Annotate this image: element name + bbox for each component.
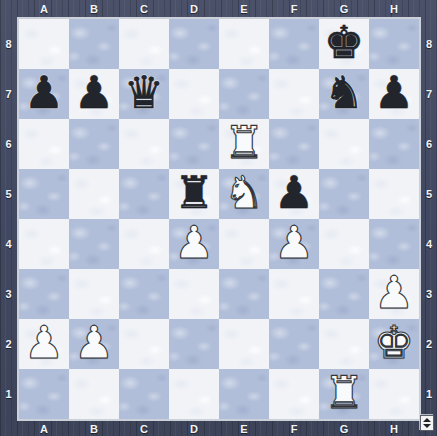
square-b8[interactable] xyxy=(69,19,119,69)
square-d6[interactable] xyxy=(169,119,219,169)
coord-label: 3 xyxy=(421,269,437,319)
coord-label: 2 xyxy=(0,319,17,369)
square-c6[interactable] xyxy=(119,119,169,169)
piece-black-pawn[interactable]: ♟ xyxy=(274,168,314,218)
square-d5[interactable]: ♜ xyxy=(169,169,219,219)
coord-label: 1 xyxy=(421,369,437,419)
square-h3[interactable]: ♟ xyxy=(369,269,419,319)
square-h7[interactable]: ♟ xyxy=(369,69,419,119)
square-d7[interactable] xyxy=(169,69,219,119)
square-b6[interactable] xyxy=(69,119,119,169)
square-f5[interactable]: ♟ xyxy=(269,169,319,219)
coord-label: E xyxy=(219,0,269,17)
coord-label: G xyxy=(319,0,369,17)
square-a6[interactable] xyxy=(19,119,69,169)
coord-label: C xyxy=(119,421,169,436)
coord-label: D xyxy=(169,421,219,436)
coord-label: A xyxy=(19,421,69,436)
piece-white-king[interactable]: ♚ xyxy=(374,318,414,368)
piece-white-pawn[interactable]: ♟ xyxy=(374,268,414,318)
square-a5[interactable] xyxy=(19,169,69,219)
coord-label: B xyxy=(69,421,119,436)
square-g6[interactable] xyxy=(319,119,369,169)
coord-label: G xyxy=(319,421,369,436)
square-d2[interactable] xyxy=(169,319,219,369)
chess-board-window: ABCDEFGH 87654321 87654321 ABCDEFGH ♚♟♟♛… xyxy=(0,0,437,436)
square-c5[interactable] xyxy=(119,169,169,219)
square-a8[interactable] xyxy=(19,19,69,69)
coord-label: B xyxy=(69,0,119,17)
square-d3[interactable] xyxy=(169,269,219,319)
coord-label: 8 xyxy=(0,19,17,69)
square-h5[interactable] xyxy=(369,169,419,219)
square-g4[interactable] xyxy=(319,219,369,269)
square-f7[interactable] xyxy=(269,69,319,119)
piece-black-queen[interactable]: ♛ xyxy=(124,68,164,118)
coord-label: A xyxy=(19,0,69,17)
spin-down-icon[interactable] xyxy=(423,424,431,428)
coord-label: 3 xyxy=(0,269,17,319)
square-g7[interactable]: ♞ xyxy=(319,69,369,119)
rank-labels-left: 87654321 xyxy=(0,19,17,419)
square-g5[interactable] xyxy=(319,169,369,219)
square-d8[interactable] xyxy=(169,19,219,69)
piece-black-pawn[interactable]: ♟ xyxy=(374,68,414,118)
piece-black-knight[interactable]: ♞ xyxy=(324,68,364,118)
square-d1[interactable] xyxy=(169,369,219,419)
square-h8[interactable] xyxy=(369,19,419,69)
square-c7[interactable]: ♛ xyxy=(119,69,169,119)
square-b7[interactable]: ♟ xyxy=(69,69,119,119)
piece-white-pawn[interactable]: ♟ xyxy=(274,218,314,268)
square-b1[interactable] xyxy=(69,369,119,419)
square-e4[interactable] xyxy=(219,219,269,269)
square-f6[interactable] xyxy=(269,119,319,169)
square-e5[interactable]: ♞ xyxy=(219,169,269,219)
square-b3[interactable] xyxy=(69,269,119,319)
square-f1[interactable] xyxy=(269,369,319,419)
piece-white-rook[interactable]: ♜ xyxy=(224,118,264,168)
coord-label: 2 xyxy=(421,319,437,369)
square-e8[interactable] xyxy=(219,19,269,69)
square-d4[interactable]: ♟ xyxy=(169,219,219,269)
square-g8[interactable]: ♚ xyxy=(319,19,369,69)
square-b2[interactable]: ♟ xyxy=(69,319,119,369)
piece-white-pawn[interactable]: ♟ xyxy=(24,318,64,368)
square-c1[interactable] xyxy=(119,369,169,419)
coord-label: 1 xyxy=(0,369,17,419)
square-f4[interactable]: ♟ xyxy=(269,219,319,269)
piece-black-rook[interactable]: ♜ xyxy=(174,168,214,218)
square-c3[interactable] xyxy=(119,269,169,319)
square-f8[interactable] xyxy=(269,19,319,69)
piece-black-pawn[interactable]: ♟ xyxy=(24,68,64,118)
coord-label: 4 xyxy=(0,219,17,269)
square-b4[interactable] xyxy=(69,219,119,269)
square-e7[interactable] xyxy=(219,69,269,119)
piece-black-king[interactable]: ♚ xyxy=(324,18,364,68)
square-c8[interactable] xyxy=(119,19,169,69)
coord-label: D xyxy=(169,0,219,17)
coord-label: E xyxy=(219,421,269,436)
coord-label: 8 xyxy=(421,19,437,69)
square-f2[interactable] xyxy=(269,319,319,369)
coord-label: 7 xyxy=(0,69,17,119)
square-c4[interactable] xyxy=(119,219,169,269)
coord-label: 5 xyxy=(421,169,437,219)
square-a3[interactable] xyxy=(19,269,69,319)
square-h1[interactable] xyxy=(369,369,419,419)
spin-up-icon[interactable] xyxy=(423,418,431,422)
coord-label: H xyxy=(369,0,419,17)
file-labels-top: ABCDEFGH xyxy=(19,0,419,17)
board: ♚♟♟♛♞♟♜♜♞♟♟♟♟♟♟♚♜ xyxy=(17,17,421,421)
coord-label: F xyxy=(269,0,319,17)
square-a2[interactable]: ♟ xyxy=(19,319,69,369)
square-h4[interactable] xyxy=(369,219,419,269)
square-h6[interactable] xyxy=(369,119,419,169)
piece-white-pawn[interactable]: ♟ xyxy=(174,218,214,268)
coord-label: 5 xyxy=(0,169,17,219)
square-g3[interactable] xyxy=(319,269,369,319)
square-a7[interactable]: ♟ xyxy=(19,69,69,119)
rank-labels-right: 87654321 xyxy=(421,19,437,419)
square-h2[interactable]: ♚ xyxy=(369,319,419,369)
coord-label: 7 xyxy=(421,69,437,119)
square-e6[interactable]: ♜ xyxy=(219,119,269,169)
coord-label: H xyxy=(369,421,419,436)
coord-label: 6 xyxy=(0,119,17,169)
square-e3[interactable] xyxy=(219,269,269,319)
coord-label: 4 xyxy=(421,219,437,269)
piece-white-pawn[interactable]: ♟ xyxy=(74,318,114,368)
square-e1[interactable] xyxy=(219,369,269,419)
coord-label: F xyxy=(269,421,319,436)
square-a4[interactable] xyxy=(19,219,69,269)
square-f3[interactable] xyxy=(269,269,319,319)
coord-label: 6 xyxy=(421,119,437,169)
square-b5[interactable] xyxy=(69,169,119,219)
file-labels-bottom: ABCDEFGH xyxy=(19,421,419,436)
square-e2[interactable] xyxy=(219,319,269,369)
piece-white-rook[interactable]: ♜ xyxy=(324,368,364,418)
spin-button[interactable] xyxy=(420,415,434,431)
square-g2[interactable] xyxy=(319,319,369,369)
piece-black-pawn[interactable]: ♟ xyxy=(74,68,114,118)
square-c2[interactable] xyxy=(119,319,169,369)
piece-white-knight[interactable]: ♞ xyxy=(224,168,264,218)
square-g1[interactable]: ♜ xyxy=(319,369,369,419)
square-a1[interactable] xyxy=(19,369,69,419)
coord-label: C xyxy=(119,0,169,17)
